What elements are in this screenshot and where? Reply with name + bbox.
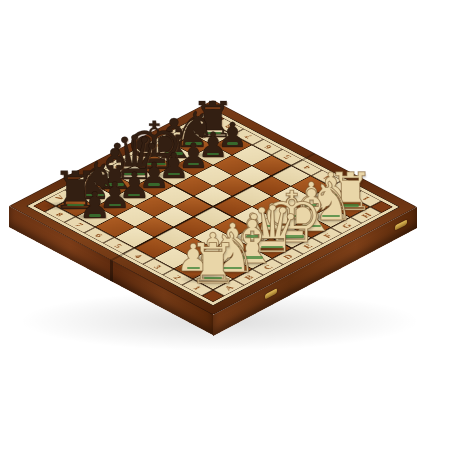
rank-label-near-3-text: 3 — [152, 263, 164, 270]
rank-label-near-6-text: 6 — [93, 232, 105, 239]
brass-clasp — [395, 219, 407, 230]
chess-set-photo: HH88GG77FF66EE55DD44CC33BB22AA11 ♜♞♟♝♟♚♟… — [0, 0, 450, 450]
rank-label-near-5-text: 5 — [112, 242, 124, 249]
rank-label-far-6-text: 6 — [261, 144, 273, 150]
fold-seam — [110, 259, 113, 281]
rank-label-near-4-text: 4 — [132, 253, 144, 260]
piece-black-pawn-a7: ♟ — [77, 188, 114, 225]
rank-label-far-5-text: 5 — [281, 154, 293, 160]
brass-clasp — [265, 288, 277, 299]
rank-label-far-4-text: 4 — [301, 164, 313, 170]
piece-white-rook-a1: ♜ — [185, 236, 241, 292]
felt-base — [89, 214, 102, 216]
